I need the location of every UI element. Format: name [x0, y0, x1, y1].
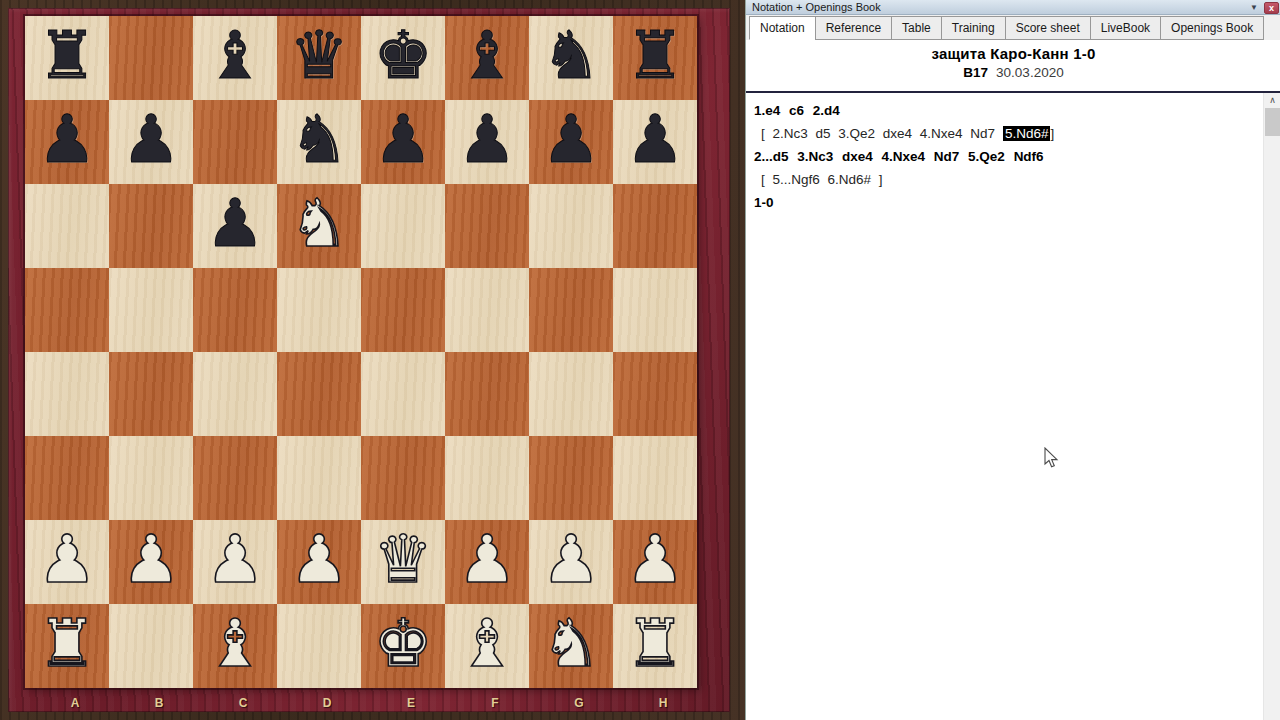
move-text[interactable]: 1-0 — [754, 195, 774, 210]
move-text[interactable]: [ 5...Ngf6 6.Nd6# ] — [761, 172, 883, 187]
square-h2[interactable]: ♟ — [613, 520, 697, 604]
piece-white-pawn: ♟ — [193, 520, 277, 604]
game-date: 30.03.2020 — [996, 65, 1064, 80]
piece-black-pawn: ♟ — [529, 100, 613, 184]
square-a1[interactable]: ♜ — [25, 604, 109, 688]
square-g2[interactable]: ♟ — [529, 520, 613, 604]
square-e6[interactable] — [361, 184, 445, 268]
game-title: защита Каро-Канн 1-0 — [746, 45, 1280, 62]
square-d5[interactable] — [277, 268, 361, 352]
tab-livebook[interactable]: LiveBook — [1090, 16, 1161, 40]
move-text[interactable]: 1.e4 c6 2.d4 — [754, 103, 840, 118]
piece-black-pawn: ♟ — [445, 100, 529, 184]
move-text[interactable]: [ 2.Nc3 d5 3.Qe2 dxe4 4.Nxe4 Nd7 — [761, 126, 1003, 141]
square-b6[interactable] — [109, 184, 193, 268]
square-f1[interactable]: ♝ — [445, 604, 529, 688]
square-h7[interactable]: ♟ — [613, 100, 697, 184]
square-a5[interactable] — [25, 268, 109, 352]
piece-white-bishop: ♝ — [193, 604, 277, 688]
square-h4[interactable] — [613, 352, 697, 436]
file-label-e: E — [369, 696, 453, 712]
piece-white-rook: ♜ — [25, 604, 109, 688]
square-g3[interactable] — [529, 436, 613, 520]
piece-black-knight: ♞ — [529, 16, 613, 100]
piece-black-pawn: ♟ — [25, 100, 109, 184]
tab-training[interactable]: Training — [941, 16, 1006, 40]
square-b7[interactable]: ♟ — [109, 100, 193, 184]
piece-black-pawn: ♟ — [109, 100, 193, 184]
square-h1[interactable]: ♜ — [613, 604, 697, 688]
square-d2[interactable]: ♟ — [277, 520, 361, 604]
square-b3[interactable] — [109, 436, 193, 520]
notation-line-2: [ 2.Nc3 d5 3.Qe2 dxe4 4.Nxe4 Nd7 5.Nd6#] — [754, 122, 1248, 145]
square-e7[interactable]: ♟ — [361, 100, 445, 184]
mouse-cursor-icon — [1044, 447, 1060, 469]
piece-white-bishop: ♝ — [445, 604, 529, 688]
square-c5[interactable] — [193, 268, 277, 352]
piece-black-queen: ♛ — [277, 16, 361, 100]
square-d3[interactable] — [277, 436, 361, 520]
square-c2[interactable]: ♟ — [193, 520, 277, 604]
tab-openings-book[interactable]: Openings Book — [1160, 16, 1264, 40]
square-h6[interactable] — [613, 184, 697, 268]
square-d7[interactable]: ♞ — [277, 100, 361, 184]
piece-black-knight: ♞ — [277, 100, 361, 184]
piece-white-pawn: ♟ — [277, 520, 361, 604]
tab-reference[interactable]: Reference — [815, 16, 892, 40]
panel-titlebar[interactable]: Notation + Openings Book ▼ x — [746, 0, 1280, 15]
notation-text: 1.e4 c6 2.d4[ 2.Nc3 d5 3.Qe2 dxe4 4.Nxe4… — [746, 95, 1256, 218]
square-g4[interactable] — [529, 352, 613, 436]
scrollbar-thumb[interactable] — [1265, 108, 1280, 136]
piece-black-rook: ♜ — [613, 16, 697, 100]
tab-notation[interactable]: Notation — [749, 16, 816, 40]
square-f8[interactable]: ♝ — [445, 16, 529, 100]
notation-line-5: 1-0 — [754, 191, 1248, 214]
piece-white-queen: ♛ — [361, 520, 445, 604]
dropdown-arrow-icon[interactable]: ▼ — [1250, 1, 1258, 15]
square-b4[interactable] — [109, 352, 193, 436]
square-c1[interactable]: ♝ — [193, 604, 277, 688]
piece-black-pawn: ♟ — [613, 100, 697, 184]
square-d4[interactable] — [277, 352, 361, 436]
piece-white-knight: ♞ — [529, 604, 613, 688]
tab-table[interactable]: Table — [891, 16, 942, 40]
square-f6[interactable] — [445, 184, 529, 268]
board-area: 87654321 ABCDEFGH ♜♝♛♚♝♞♜♟♟♞♟♟♟♟♟♞♟♟♟♟♛♟… — [0, 0, 745, 720]
square-e4[interactable] — [361, 352, 445, 436]
square-c7[interactable] — [193, 100, 277, 184]
square-h3[interactable] — [613, 436, 697, 520]
square-d1[interactable] — [277, 604, 361, 688]
square-a6[interactable] — [25, 184, 109, 268]
chess-board[interactable]: ♜♝♛♚♝♞♜♟♟♞♟♟♟♟♟♞♟♟♟♟♛♟♟♟♜♝♚♝♞♜ — [25, 16, 697, 688]
piece-white-rook: ♜ — [613, 604, 697, 688]
file-label-a: A — [33, 696, 117, 712]
move-text[interactable]: 2...d5 3.Nc3 dxe4 4.Nxe4 Nd7 5.Qe2 Ndf6 — [754, 149, 1044, 164]
piece-white-pawn: ♟ — [445, 520, 529, 604]
square-h8[interactable]: ♜ — [613, 16, 697, 100]
square-e1[interactable]: ♚ — [361, 604, 445, 688]
square-c3[interactable] — [193, 436, 277, 520]
piece-white-pawn: ♟ — [613, 520, 697, 604]
square-f3[interactable] — [445, 436, 529, 520]
panel-title: Notation + Openings Book — [752, 1, 881, 13]
square-g7[interactable]: ♟ — [529, 100, 613, 184]
square-h5[interactable] — [613, 268, 697, 352]
square-f4[interactable] — [445, 352, 529, 436]
scroll-up-icon[interactable]: ∧ — [1264, 93, 1280, 108]
square-f2[interactable]: ♟ — [445, 520, 529, 604]
selected-move[interactable]: 5.Nd6# — [1003, 126, 1051, 141]
square-e5[interactable] — [361, 268, 445, 352]
piece-black-bishop: ♝ — [445, 16, 529, 100]
square-g5[interactable] — [529, 268, 613, 352]
file-label-h: H — [621, 696, 705, 712]
piece-white-pawn: ♟ — [109, 520, 193, 604]
square-a4[interactable] — [25, 352, 109, 436]
square-e2[interactable]: ♛ — [361, 520, 445, 604]
game-subtitle: B1730.03.2020 — [746, 65, 1280, 80]
square-f5[interactable] — [445, 268, 529, 352]
game-header: защита Каро-Канн 1-0 B1730.03.2020 — [746, 40, 1280, 91]
piece-black-bishop: ♝ — [193, 16, 277, 100]
scrollbar[interactable]: ∧ — [1263, 93, 1280, 720]
piece-white-knight: ♞ — [277, 184, 361, 268]
piece-white-king: ♚ — [361, 604, 445, 688]
titlebar-buttons: ▼ x — [1250, 1, 1279, 14]
notation-line-4: [ 5...Ngf6 6.Nd6# ] — [754, 168, 1248, 191]
square-c6[interactable]: ♟ — [193, 184, 277, 268]
file-label-b: B — [117, 696, 201, 712]
piece-white-pawn: ♟ — [25, 520, 109, 604]
square-a7[interactable]: ♟ — [25, 100, 109, 184]
move-text[interactable]: ] — [1050, 126, 1054, 141]
square-g1[interactable]: ♞ — [529, 604, 613, 688]
eco-code: B17 — [963, 65, 988, 80]
square-e8[interactable]: ♚ — [361, 16, 445, 100]
piece-black-pawn: ♟ — [193, 184, 277, 268]
tab-bar: NotationReferenceTableTrainingScore shee… — [746, 15, 1280, 40]
piece-black-rook: ♜ — [25, 16, 109, 100]
square-c4[interactable] — [193, 352, 277, 436]
file-label-c: C — [201, 696, 285, 712]
file-label-d: D — [285, 696, 369, 712]
square-b8[interactable] — [109, 16, 193, 100]
piece-black-pawn: ♟ — [361, 100, 445, 184]
square-e3[interactable] — [361, 436, 445, 520]
square-f7[interactable]: ♟ — [445, 100, 529, 184]
piece-white-pawn: ♟ — [529, 520, 613, 604]
square-b2[interactable]: ♟ — [109, 520, 193, 604]
square-g8[interactable]: ♞ — [529, 16, 613, 100]
tab-score-sheet[interactable]: Score sheet — [1005, 16, 1091, 40]
chessbase-window: 87654321 ABCDEFGH ♜♝♛♚♝♞♜♟♟♞♟♟♟♟♟♞♟♟♟♟♛♟… — [0, 0, 1280, 720]
piece-black-king: ♚ — [361, 16, 445, 100]
square-c8[interactable]: ♝ — [193, 16, 277, 100]
file-label-g: G — [537, 696, 621, 712]
square-d8[interactable]: ♛ — [277, 16, 361, 100]
notation-line-3: 2...d5 3.Nc3 dxe4 4.Nxe4 Nd7 5.Qe2 Ndf6 — [754, 145, 1248, 168]
square-b5[interactable] — [109, 268, 193, 352]
square-a2[interactable]: ♟ — [25, 520, 109, 604]
notation-panel: Notation + Openings Book ▼ x NotationRef… — [745, 0, 1280, 720]
header-divider — [746, 91, 1280, 93]
square-b1[interactable] — [109, 604, 193, 688]
square-a8[interactable]: ♜ — [25, 16, 109, 100]
file-label-f: F — [453, 696, 537, 712]
square-d6[interactable]: ♞ — [277, 184, 361, 268]
square-g6[interactable] — [529, 184, 613, 268]
notation-line-1: 1.e4 c6 2.d4 — [754, 99, 1248, 122]
square-a3[interactable] — [25, 436, 109, 520]
close-icon[interactable]: x — [1264, 2, 1279, 14]
